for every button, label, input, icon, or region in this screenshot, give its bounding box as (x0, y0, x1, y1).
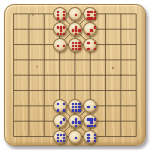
pip-dot (57, 109, 59, 111)
piece-red-4[interactable] (83, 38, 97, 52)
pip-dot (94, 14, 96, 16)
pip-dot (60, 26, 62, 28)
pip-dot (60, 140, 62, 142)
piece-red-1[interactable] (68, 7, 82, 21)
pip-dot (75, 42, 77, 44)
piece-red-7[interactable] (53, 22, 67, 36)
pip-dot (63, 45, 65, 47)
pip-dot (60, 33, 62, 35)
pip-dot (94, 134, 96, 136)
pip-dot (87, 134, 89, 136)
piece-blue-5[interactable] (68, 114, 82, 128)
piece-red-9[interactable] (68, 38, 82, 52)
pip-dot (72, 106, 74, 108)
pip-dot (75, 125, 77, 127)
pip-dot (75, 26, 77, 28)
pip-dot (94, 137, 96, 139)
pip-dot (72, 109, 74, 111)
pip-dot (78, 103, 80, 105)
piece-red-5[interactable] (68, 22, 82, 36)
pip-dot (75, 106, 77, 108)
pip-dot (75, 14, 77, 16)
pip-dot (94, 26, 96, 28)
pip-dot (63, 14, 65, 16)
pip-dot (90, 17, 92, 19)
pip-dot (75, 118, 77, 120)
pip-dot (57, 103, 59, 105)
piece-red-8[interactable] (83, 7, 97, 21)
pip-dot (63, 11, 65, 13)
pip-dot (94, 11, 96, 13)
pip-dot (63, 103, 65, 105)
piece-blue-1[interactable] (68, 130, 82, 144)
pip-dot (57, 134, 59, 136)
pip-dot (57, 33, 59, 35)
pip-dot (57, 11, 59, 13)
pip-dot (72, 29, 74, 31)
piece-blue-8[interactable] (53, 130, 67, 144)
pip-dot (78, 42, 80, 44)
pip-dot (94, 106, 96, 108)
pip-dot (87, 125, 89, 127)
pip-dot (75, 103, 77, 105)
pip-dot (78, 45, 80, 47)
pip-dot (87, 118, 89, 120)
pip-dot (57, 137, 59, 139)
pip-dot (57, 140, 59, 142)
pip-dot (60, 29, 62, 31)
pip-dot (63, 118, 65, 120)
pip-dot (87, 106, 89, 108)
piece-blue-6[interactable] (83, 130, 97, 144)
pip-dot (72, 103, 74, 105)
pip-dot (90, 121, 92, 123)
pip-dot (72, 45, 74, 47)
piece-blue-3[interactable] (53, 114, 67, 128)
pip-dot (75, 109, 77, 111)
pip-dot (87, 17, 89, 19)
pip-dot (87, 14, 89, 16)
game-window (0, 0, 150, 150)
pip-dot (75, 29, 77, 31)
pip-dot (87, 48, 89, 50)
pip-dot (94, 42, 96, 44)
pip-dot (57, 45, 59, 47)
piece-blue-7[interactable] (83, 114, 97, 128)
pip-dot (87, 11, 89, 13)
piece-red-2[interactable] (53, 38, 67, 52)
pip-dot (90, 11, 92, 13)
pip-dot (75, 121, 77, 123)
pip-dot (94, 125, 96, 127)
pip-dot (72, 48, 74, 50)
pip-dot (94, 17, 96, 19)
pip-dot (90, 118, 92, 120)
pip-dot (57, 26, 59, 28)
pip-dot (60, 134, 62, 136)
pip-dot (87, 137, 89, 139)
pip-dot (75, 33, 77, 35)
piece-blue-4[interactable] (53, 99, 67, 113)
pip-dot (90, 125, 92, 127)
pip-dot (78, 109, 80, 111)
pip-dot (60, 121, 62, 123)
pip-dot (63, 134, 65, 136)
piece-blue-9[interactable] (68, 99, 82, 113)
pip-dot (90, 29, 92, 31)
pip-dot (87, 140, 89, 142)
pip-dot (87, 33, 89, 35)
pip-dot (75, 48, 77, 50)
pip-dot (57, 125, 59, 127)
pip-dot (78, 121, 80, 123)
piece-red-6[interactable] (53, 7, 67, 21)
pip-dot (75, 45, 77, 47)
pip-dot (78, 29, 80, 31)
pip-dot (63, 137, 65, 139)
pip-dot (75, 137, 77, 139)
pip-dot (87, 42, 89, 44)
pip-dot (78, 106, 80, 108)
pip-dot (63, 26, 65, 28)
pip-dot (57, 14, 59, 16)
pip-dot (72, 42, 74, 44)
pip-dot (57, 17, 59, 19)
piece-blue-2[interactable] (83, 99, 97, 113)
pip-dot (72, 121, 74, 123)
pip-dot (94, 118, 96, 120)
